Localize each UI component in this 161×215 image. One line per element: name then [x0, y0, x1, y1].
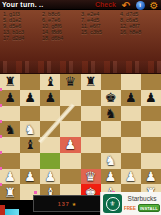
square-a3[interactable]: [0, 153, 20, 169]
rank-marker: [0, 88, 2, 91]
wood-table-band: [0, 61, 161, 74]
square-a2[interactable]: ♟: [0, 169, 20, 185]
square-d8[interactable]: ♛: [60, 74, 80, 90]
info-bubble: i: [136, 1, 145, 10]
square-c8[interactable]: ♝: [40, 74, 60, 90]
move-item-17: 17. d2d4: [3, 35, 42, 41]
square-g8[interactable]: [121, 74, 141, 90]
square-e4[interactable]: [81, 137, 101, 153]
square-c5[interactable]: [40, 121, 60, 137]
piece-white-queen: ♛: [85, 169, 97, 184]
square-f5[interactable]: [101, 121, 121, 137]
piece-black-pawn: ♟: [4, 90, 16, 105]
rank-marker: [0, 167, 2, 170]
move-list: 1. g1f32. b8c63. e2e44. d7d55. d1e26. e7…: [0, 10, 161, 61]
square-g5[interactable]: [121, 121, 141, 137]
square-a4[interactable]: [0, 137, 20, 153]
square-f7[interactable]: ♚: [101, 90, 121, 106]
info-icon[interactable]: i: [134, 0, 146, 10]
square-e8[interactable]: ♜: [81, 74, 101, 90]
square-b2[interactable]: ♟: [20, 169, 40, 185]
logo-ring: ⚜: [106, 197, 120, 211]
piece-black-bishop: ♝: [44, 74, 56, 89]
piece-white-pawn: ♟: [65, 137, 77, 152]
piece-black-queen: ♛: [65, 74, 77, 89]
rank-marker: [0, 135, 2, 138]
square-e7[interactable]: [81, 90, 101, 106]
move-item-16: 16. h8e8: [120, 29, 161, 35]
starbucks-ad-banner[interactable]: ⚜ Starbucks FREE INSTALL: [100, 192, 161, 215]
square-h4[interactable]: [141, 137, 161, 153]
status-text: Your turn. ..: [0, 1, 43, 8]
piece-black-rook: ♜: [4, 74, 16, 89]
square-b3[interactable]: [20, 153, 40, 169]
piece-white-pawn: ♟: [44, 169, 56, 184]
square-g6[interactable]: [121, 106, 141, 122]
ad-fragment-cyan: [5, 209, 19, 215]
piece-black-pawn: ♟: [125, 90, 137, 105]
piece-black-pawn: ♟: [44, 90, 56, 105]
piece-white-knight: ♞: [24, 122, 36, 137]
undo-icon[interactable]: ↶: [119, 0, 133, 10]
square-c7[interactable]: ♟: [40, 90, 60, 106]
square-a8[interactable]: ♜: [0, 74, 20, 90]
square-b6[interactable]: [20, 106, 40, 122]
square-e6[interactable]: [81, 106, 101, 122]
square-h6[interactable]: [141, 106, 161, 122]
install-button-label: INSTALL: [140, 206, 158, 211]
square-a5[interactable]: ♞: [0, 121, 20, 137]
square-a6[interactable]: [0, 106, 20, 122]
chess-app-screen: Your turn. .. Check ↶ i ⚙ 1. g1f32. b8c6…: [0, 0, 161, 215]
square-c3[interactable]: [40, 153, 60, 169]
settings-gear-icon[interactable]: ⚙: [147, 0, 161, 10]
piece-black-pawn: ♟: [24, 90, 36, 105]
square-d2[interactable]: [60, 169, 80, 185]
piece-black-bishop: ♝: [24, 137, 36, 152]
piece-white-pawn: ♟: [125, 169, 137, 184]
piece-black-knight: ♞: [4, 122, 16, 137]
square-g3[interactable]: [121, 153, 141, 169]
square-e3[interactable]: [81, 153, 101, 169]
chess-board: ♜♝♛♜♟♟♟♚♟♟♞♞♞♝♟♞♟♟♟♛♟♟♟♜♝♚♝♜: [0, 74, 161, 200]
square-d4[interactable]: ♟: [60, 137, 80, 153]
rank-marker: [0, 183, 2, 186]
counter-text: 137: [58, 201, 70, 207]
square-d7[interactable]: [60, 90, 80, 106]
piece-black-knight: ♞: [105, 106, 117, 121]
move-item-15: 15. c3b5: [81, 29, 120, 35]
counter-ad-banner[interactable]: 137 ★: [33, 195, 101, 212]
square-g4[interactable]: [121, 137, 141, 153]
piece-white-rook: ♜: [4, 185, 16, 200]
rank-marker: [0, 104, 2, 107]
square-h2[interactable]: ♟: [141, 169, 161, 185]
square-f8[interactable]: [101, 74, 121, 90]
piece-black-king: ♚: [105, 90, 117, 105]
square-c4[interactable]: [40, 137, 60, 153]
piece-white-pawn: ♟: [105, 169, 117, 184]
square-d6[interactable]: [60, 106, 80, 122]
square-f6[interactable]: ♞: [101, 106, 121, 122]
square-h8[interactable]: [141, 74, 161, 90]
rank-marker: [0, 120, 2, 123]
siren-icon: ⚜: [109, 200, 115, 207]
starbucks-logo-icon: ⚜: [103, 194, 122, 213]
square-h5[interactable]: [141, 121, 161, 137]
move-item-18: 18. d6b4: [42, 35, 81, 41]
rank-marker: [0, 151, 2, 154]
square-d3[interactable]: [60, 153, 80, 169]
square-f2[interactable]: ♟: [101, 169, 121, 185]
square-h3[interactable]: [141, 153, 161, 169]
square-b4[interactable]: ♝: [20, 137, 40, 153]
piece-white-pawn: ♟: [24, 169, 36, 184]
square-d5[interactable]: [60, 121, 80, 137]
piece-white-pawn: ♟: [4, 169, 16, 184]
square-e5[interactable]: [81, 121, 101, 137]
square-b8[interactable]: [20, 74, 40, 90]
square-e2[interactable]: ♛: [81, 169, 101, 185]
square-b7[interactable]: ♟: [20, 90, 40, 106]
square-a1[interactable]: ♜: [0, 184, 20, 200]
piece-white-pawn: ♟: [145, 169, 157, 184]
square-c6[interactable]: [40, 106, 60, 122]
piece-black-pawn: ♟: [145, 90, 157, 105]
ad-price-label: FREE: [124, 206, 136, 211]
square-g2[interactable]: ♟: [121, 169, 141, 185]
file-marker: [34, 191, 37, 194]
square-h7[interactable]: ♟: [141, 90, 161, 106]
piece-white-knight: ♞: [105, 153, 117, 168]
square-f3[interactable]: ♞: [101, 153, 121, 169]
install-button[interactable]: INSTALL: [138, 204, 160, 212]
check-badge: Check: [95, 1, 116, 8]
square-c2[interactable]: ♟: [40, 169, 60, 185]
star-icon: ★: [72, 201, 76, 207]
ad-app-name: Starbucks: [124, 195, 160, 202]
square-f4[interactable]: [101, 137, 121, 153]
square-b5[interactable]: ♞: [20, 121, 40, 137]
square-a7[interactable]: ♟: [0, 90, 20, 106]
status-bar: Your turn. .. Check ↶ i ⚙: [0, 0, 161, 10]
piece-black-rook: ♜: [85, 74, 97, 89]
square-g7[interactable]: ♟: [121, 90, 141, 106]
